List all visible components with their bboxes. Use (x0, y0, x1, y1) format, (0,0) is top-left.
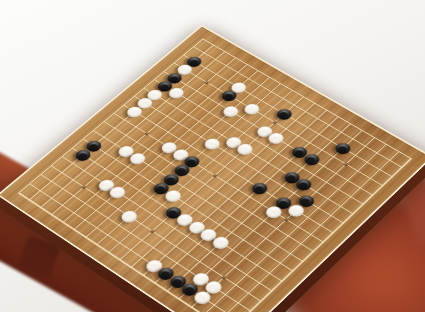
star-point (150, 229, 156, 233)
white-stone[interactable]: ● (285, 202, 307, 218)
star-point (144, 132, 150, 136)
stone-glyph: ● (267, 207, 282, 218)
stone-glyph: ● (178, 214, 193, 225)
go-grid[interactable]: ●●●●●●●●●●●●●●●●●●●●●●●●●●●●●●●●●●●●●●●●… (18, 39, 412, 312)
stone-glyph: ● (305, 154, 319, 165)
stone-glyph: ● (122, 211, 137, 222)
stone-glyph: ● (87, 141, 101, 152)
stone-glyph: ● (206, 281, 221, 293)
white-stone[interactable]: ● (190, 271, 212, 288)
stone-glyph: ● (183, 283, 198, 295)
star-point (212, 174, 218, 178)
stone-glyph: ● (166, 207, 181, 218)
white-stone[interactable]: ● (263, 204, 285, 220)
star-point (204, 81, 209, 85)
star-point (283, 218, 289, 222)
stone-glyph: ● (171, 275, 186, 287)
stone-glyph: ● (194, 274, 209, 286)
white-stone[interactable]: ● (96, 178, 117, 194)
stone-glyph: ● (285, 172, 299, 183)
black-stone[interactable]: ● (273, 195, 294, 211)
black-stone[interactable]: ● (163, 205, 184, 221)
stone-glyph: ● (205, 139, 219, 150)
stone-glyph: ● (277, 109, 291, 119)
stone-glyph: ● (269, 133, 283, 144)
stone-glyph: ● (299, 196, 314, 207)
white-stone[interactable]: ● (202, 279, 224, 296)
stone-glyph: ● (224, 106, 238, 116)
stone-glyph: ● (99, 180, 113, 191)
white-stone[interactable]: ● (175, 212, 197, 228)
black-stone[interactable]: ● (250, 181, 271, 197)
stone-glyph: ● (147, 260, 162, 272)
white-stone[interactable]: ● (210, 234, 232, 251)
star-point (221, 275, 227, 280)
star-point (272, 121, 278, 125)
white-stone[interactable]: ● (198, 227, 220, 244)
stone-glyph: ● (128, 107, 142, 117)
black-stone[interactable]: ● (295, 193, 316, 209)
star-point (343, 162, 349, 166)
white-stone[interactable]: ● (191, 289, 213, 306)
stone-glyph: ● (213, 237, 228, 249)
stone-glyph: ● (169, 88, 183, 98)
stone-glyph: ● (154, 183, 169, 194)
black-stone[interactable]: ● (167, 273, 189, 290)
stone-glyph: ● (175, 165, 189, 176)
stone-glyph: ● (110, 187, 125, 198)
white-stone[interactable]: ● (144, 257, 166, 274)
go-board[interactable]: ●●●●●●●●●●●●●●●●●●●●●●●●●●●●●●●●●●●●●●●●… (47, 8, 383, 312)
white-stone[interactable]: ● (119, 208, 140, 224)
black-stone[interactable]: ● (293, 177, 314, 193)
white-stone[interactable]: ● (242, 102, 263, 117)
stone-glyph: ● (336, 143, 350, 154)
black-stone[interactable]: ● (151, 181, 172, 197)
stone-glyph: ● (238, 144, 252, 155)
stone-glyph: ● (190, 222, 205, 233)
black-stone[interactable]: ● (179, 281, 201, 298)
stone-glyph: ● (297, 179, 312, 190)
go-photo-scene: ●●●●●●●●●●●●●●●●●●●●●●●●●●●●●●●●●●●●●●●●… (0, 0, 425, 312)
stone-glyph: ● (195, 291, 210, 303)
stone-glyph: ● (277, 197, 292, 208)
stone-glyph: ● (164, 174, 178, 185)
white-stone[interactable]: ● (107, 185, 128, 201)
stone-glyph: ● (201, 229, 216, 240)
stone-glyph: ● (253, 183, 268, 194)
stone-glyph: ● (222, 91, 236, 101)
stone-glyph: ● (245, 104, 259, 114)
black-stone[interactable]: ● (333, 141, 354, 156)
star-point (82, 185, 88, 189)
stone-glyph: ● (289, 205, 304, 216)
stone-glyph: ● (76, 150, 90, 161)
black-stone[interactable]: ● (274, 107, 295, 122)
stone-glyph: ● (165, 191, 180, 202)
white-stone[interactable]: ● (162, 188, 183, 204)
black-stone[interactable]: ● (282, 170, 303, 186)
black-stone[interactable]: ● (155, 265, 177, 282)
stone-glyph: ● (130, 153, 144, 164)
white-stone[interactable]: ● (202, 137, 223, 152)
white-stone[interactable]: ● (186, 219, 208, 235)
stone-glyph: ● (159, 268, 174, 280)
white-stone[interactable]: ● (220, 104, 241, 119)
